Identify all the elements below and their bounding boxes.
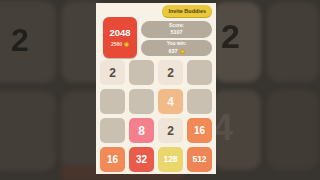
coin-icon: [180, 49, 185, 54]
backdrop-digit-2: 2: [221, 19, 240, 53]
coin-icon: [124, 42, 129, 47]
best-tile-coins: 2560: [111, 41, 122, 47]
tile-2: 2: [158, 60, 183, 85]
tile-4: 4: [158, 89, 183, 114]
empty-cell: [100, 118, 125, 143]
backdrop-digit-2: 2: [11, 24, 29, 56]
tile-512: 512: [187, 147, 212, 172]
backdrop-tile: [267, 2, 319, 82]
backdrop-tile: [0, 91, 56, 171]
empty-cell: [129, 89, 154, 114]
tile-128: 128: [158, 147, 183, 172]
board-grid[interactable]: 22482161632128512: [100, 60, 212, 172]
win-value: 637: [168, 48, 177, 55]
best-tile-value: 2048: [109, 28, 130, 38]
tile-8: 8: [129, 118, 154, 143]
tile-16: 16: [100, 147, 125, 172]
score-display: Score: 5107: [141, 21, 212, 38]
video-frame: 2 2 4 Invite Buddies 2048 2560 Score: 51…: [0, 0, 320, 180]
tile-2: 2: [100, 60, 125, 85]
backdrop-tile: [267, 90, 319, 170]
empty-cell: [100, 89, 125, 114]
tile-16: 16: [187, 118, 212, 143]
empty-cell: [187, 60, 212, 85]
backdrop-digit-4: 4: [213, 110, 233, 146]
win-display: You win: 637: [141, 40, 212, 56]
empty-cell: [129, 60, 154, 85]
score-value: 5107: [170, 29, 182, 36]
game-screen: Invite Buddies 2048 2560 Score: 5107 You…: [96, 3, 216, 174]
tile-32: 32: [129, 147, 154, 172]
empty-cell: [187, 89, 212, 114]
tile-2: 2: [158, 118, 183, 143]
invite-buddies-button[interactable]: Invite Buddies: [162, 5, 212, 17]
best-tile-badge: 2048 2560: [103, 17, 137, 58]
